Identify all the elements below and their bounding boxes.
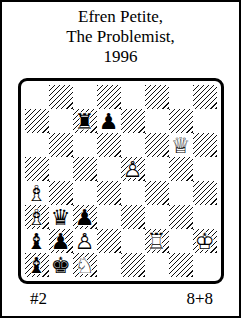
black-bishop: ♝: [25, 253, 49, 277]
white-rook: ♜♖: [145, 229, 169, 253]
white-pawn: ♟♙: [73, 229, 97, 253]
square-e5: ♟♙: [121, 157, 145, 181]
square-g1: [169, 253, 193, 277]
source-publication: The Problemist,: [2, 27, 239, 47]
black-queen: ♛: [49, 205, 73, 229]
square-b6: [49, 133, 73, 157]
square-g8: [169, 85, 193, 109]
square-e4: [121, 181, 145, 205]
square-a4: ♝♗: [25, 181, 49, 205]
square-c5: [73, 157, 97, 181]
square-c2: ♟♙: [73, 229, 97, 253]
square-g4: [169, 181, 193, 205]
square-e2: [121, 229, 145, 253]
square-e8: [121, 85, 145, 109]
square-d6: [97, 133, 121, 157]
square-a8: [25, 85, 49, 109]
square-f7: [145, 109, 169, 133]
square-f6: [145, 133, 169, 157]
square-a6: [25, 133, 49, 157]
square-b7: [49, 109, 73, 133]
square-e7: [121, 109, 145, 133]
square-a5: [25, 157, 49, 181]
piece-outline-layer: ♖: [145, 229, 169, 253]
square-h2: ♚♔: [193, 229, 217, 253]
white-king: ♚♔: [193, 229, 217, 253]
square-h3: [193, 205, 217, 229]
square-h7: [193, 109, 217, 133]
square-f8: [145, 85, 169, 109]
problem-footer: #2 8+8: [2, 284, 239, 309]
black-pawn: ♟: [97, 109, 121, 133]
material-count-label: 8+8: [186, 289, 213, 309]
black-king: ♚: [49, 253, 73, 277]
square-c6: [73, 133, 97, 157]
square-c3: ♟: [73, 205, 97, 229]
square-d4: [97, 181, 121, 205]
square-e6: [121, 133, 145, 157]
square-a7: [25, 109, 49, 133]
piece-outline-layer: ♘: [73, 253, 97, 277]
square-c1: ♞♘: [73, 253, 97, 277]
white-bishop: ♝♗: [25, 205, 49, 229]
square-h5: [193, 157, 217, 181]
square-c8: [73, 85, 97, 109]
problem-header: Efren Petite, The Problemist, 1996: [2, 2, 239, 67]
square-g7: [169, 109, 193, 133]
square-f1: [145, 253, 169, 277]
chessboard-frame: ♜♟♛♕♟♙♝♗♝♗♛♟♝♟♟♙♜♖♚♔♝♚♞♘: [18, 78, 224, 284]
square-h4: [193, 181, 217, 205]
square-f3: [145, 205, 169, 229]
square-h6: [193, 133, 217, 157]
square-e3: [121, 205, 145, 229]
square-b3: ♛: [49, 205, 73, 229]
white-bishop: ♝♗: [25, 181, 49, 205]
square-d5: [97, 157, 121, 181]
square-g6: ♛♕: [169, 133, 193, 157]
chess-problem-diagram: Efren Petite, The Problemist, 1996 ♜♟♛♕♟…: [0, 0, 241, 318]
square-d3: [97, 205, 121, 229]
square-h1: [193, 253, 217, 277]
square-a3: ♝♗: [25, 205, 49, 229]
square-g2: [169, 229, 193, 253]
square-b4: [49, 181, 73, 205]
square-b2: ♟: [49, 229, 73, 253]
piece-outline-layer: ♗: [25, 205, 49, 229]
black-rook: ♜: [73, 109, 97, 133]
square-d8: [97, 85, 121, 109]
stipulation-label: #2: [30, 289, 47, 309]
square-b5: [49, 157, 73, 181]
piece-outline-layer: ♗: [25, 181, 49, 205]
white-pawn: ♟♙: [121, 157, 145, 181]
black-pawn: ♟: [73, 205, 97, 229]
square-c4: [73, 181, 97, 205]
piece-outline-layer: ♕: [169, 133, 193, 157]
square-d7: ♟: [97, 109, 121, 133]
square-a2: ♝: [25, 229, 49, 253]
white-knight: ♞♘: [73, 253, 97, 277]
black-pawn: ♟: [49, 229, 73, 253]
author-name: Efren Petite,: [2, 7, 239, 27]
chessboard: ♜♟♛♕♟♙♝♗♝♗♛♟♝♟♟♙♜♖♚♔♝♚♞♘: [25, 85, 217, 277]
piece-outline-layer: ♙: [121, 157, 145, 181]
square-d1: [97, 253, 121, 277]
black-bishop: ♝: [25, 229, 49, 253]
square-g3: [169, 205, 193, 229]
square-f4: [145, 181, 169, 205]
square-d2: [97, 229, 121, 253]
square-b8: [49, 85, 73, 109]
square-f2: ♜♖: [145, 229, 169, 253]
square-f5: [145, 157, 169, 181]
square-e1: [121, 253, 145, 277]
square-a1: ♝: [25, 253, 49, 277]
square-h8: [193, 85, 217, 109]
square-b1: ♚: [49, 253, 73, 277]
white-queen: ♛♕: [169, 133, 193, 157]
square-g5: [169, 157, 193, 181]
piece-outline-layer: ♔: [193, 229, 217, 253]
square-c7: ♜: [73, 109, 97, 133]
piece-outline-layer: ♙: [73, 229, 97, 253]
publication-year: 1996: [2, 47, 239, 67]
